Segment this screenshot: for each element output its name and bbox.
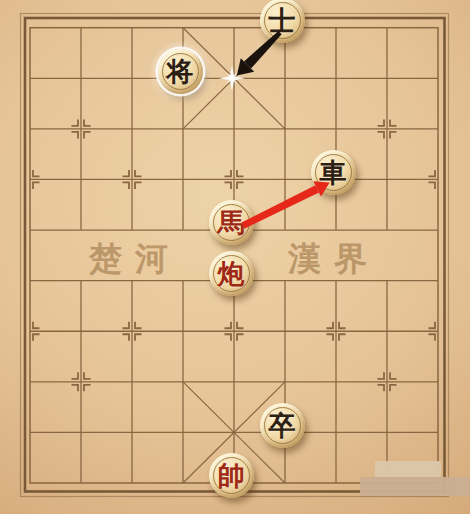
piece-black-soldier[interactable]: 卒 bbox=[260, 403, 305, 448]
piece-red-general[interactable]: 帥 bbox=[209, 453, 254, 498]
piece-glyph: 車 bbox=[320, 159, 347, 186]
piece-glyph: 馬 bbox=[218, 209, 245, 236]
piece-glyph: 炮 bbox=[218, 260, 245, 287]
piece-black-advisor[interactable]: 士 bbox=[260, 0, 305, 43]
pieces-layer: 士将車馬炮卒帥 bbox=[5, 2, 464, 508]
piece-glyph: 士 bbox=[269, 7, 296, 34]
piece-black-general[interactable]: 将 bbox=[158, 49, 203, 94]
piece-glyph: 卒 bbox=[269, 412, 296, 439]
piece-red-horse[interactable]: 馬 bbox=[209, 200, 254, 245]
piece-red-cannon[interactable]: 炮 bbox=[209, 251, 254, 296]
piece-glyph: 将 bbox=[167, 58, 194, 85]
piece-black-chariot[interactable]: 車 bbox=[311, 150, 356, 195]
watermark-patch-lower bbox=[360, 477, 470, 496]
xiangqi-board: 楚河 漢界 士将車馬炮卒帥 bbox=[0, 0, 470, 514]
piece-glyph: 帥 bbox=[218, 462, 245, 489]
